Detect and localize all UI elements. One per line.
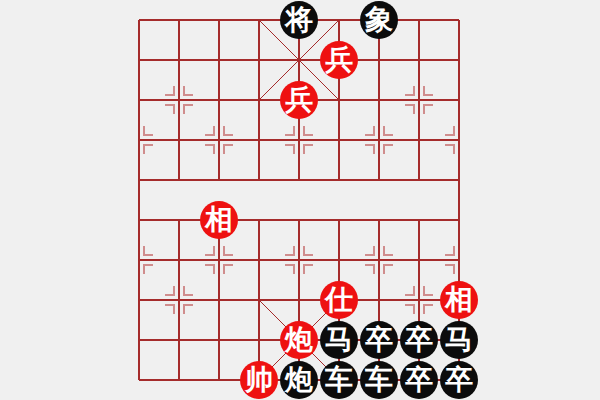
black-general-piece[interactable]: 将 <box>280 1 318 39</box>
black-cannon-piece[interactable]: 炮 <box>280 361 318 399</box>
red-cannon-piece[interactable]: 炮 <box>280 321 318 359</box>
pieces-layer: 将象兵兵相仕相炮马卒卒马帅炮车车卒卒 <box>0 0 600 400</box>
red-elephant-piece[interactable]: 相 <box>200 201 238 239</box>
black-horse-piece[interactable]: 马 <box>320 321 358 359</box>
black-chariot-piece[interactable]: 车 <box>320 361 358 399</box>
black-horse-piece[interactable]: 马 <box>440 321 478 359</box>
black-soldier-piece[interactable]: 卒 <box>400 321 438 359</box>
black-soldier-piece[interactable]: 卒 <box>360 321 398 359</box>
red-soldier-piece[interactable]: 兵 <box>280 81 318 119</box>
black-soldier-piece[interactable]: 卒 <box>440 361 478 399</box>
red-elephant-piece[interactable]: 相 <box>440 281 478 319</box>
black-elephant-piece[interactable]: 象 <box>360 1 398 39</box>
black-chariot-piece[interactable]: 车 <box>360 361 398 399</box>
black-soldier-piece[interactable]: 卒 <box>400 361 438 399</box>
red-general-piece[interactable]: 帅 <box>240 361 278 399</box>
red-advisor-piece[interactable]: 仕 <box>320 281 358 319</box>
red-soldier-piece[interactable]: 兵 <box>320 41 358 79</box>
xiangqi-board: 将象兵兵相仕相炮马卒卒马帅炮车车卒卒 <box>0 0 600 400</box>
